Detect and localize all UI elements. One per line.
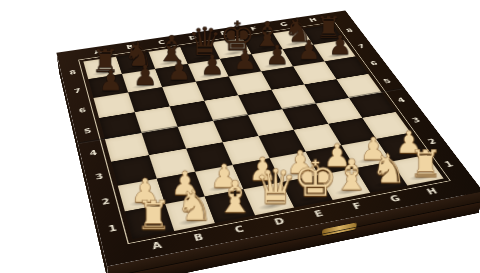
piece-white-rook[interactable]: ♜	[132, 194, 174, 234]
piece-black-pawn[interactable]: ♟	[93, 67, 128, 95]
square-a1[interactable]: ♜	[125, 203, 174, 238]
chess-set-photo: ABCDEFGH ABCDEFGH 87654321 87654321 ♜♞♝♛…	[0, 0, 480, 273]
piece-white-rook[interactable]: ♜	[406, 144, 446, 181]
piece-black-pawn[interactable]: ♟	[261, 41, 295, 68]
piece-white-bishop[interactable]: ♝	[331, 153, 371, 196]
rank-label-1: 1	[99, 212, 127, 244]
piece-black-pawn[interactable]: ♟	[324, 32, 357, 59]
piece-black-pawn[interactable]: ♟	[195, 51, 229, 78]
piece-white-bishop[interactable]: ♝	[214, 175, 256, 219]
piece-black-pawn[interactable]: ♟	[162, 56, 196, 84]
square-a7[interactable]: ♟	[88, 74, 128, 98]
piece-white-queen[interactable]: ♛	[254, 163, 295, 211]
rank-label-7: 7	[66, 80, 88, 102]
rank-label-8: 8	[62, 62, 83, 82]
piece-white-knight[interactable]: ♞	[369, 149, 409, 189]
rank-label-2: 2	[92, 186, 119, 216]
rank-label-4: 4	[81, 140, 106, 166]
brass-clasp-icon	[322, 222, 357, 236]
rank-label-6: 6	[71, 98, 94, 121]
rank-label-3: 3	[87, 162, 113, 190]
piece-black-pawn[interactable]: ♟	[292, 37, 325, 64]
piece-white-king[interactable]: ♚	[293, 153, 334, 203]
piece-white-knight[interactable]: ♞	[174, 184, 216, 226]
piece-black-pawn[interactable]: ♟	[228, 46, 262, 73]
piece-black-pawn[interactable]: ♟	[128, 61, 163, 89]
